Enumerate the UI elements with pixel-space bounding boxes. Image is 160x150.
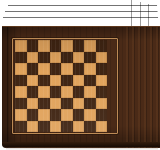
square-f3: [73, 98, 85, 110]
square-e8: [61, 40, 73, 52]
square-d5: [50, 75, 62, 87]
square-b2: [27, 109, 39, 121]
square-a5: [15, 75, 27, 87]
frame-seam: [7, 27, 8, 148]
square-h2: [96, 109, 108, 121]
board-shadow: [6, 147, 158, 150]
square-e2: [61, 109, 73, 121]
square-h1: [96, 121, 108, 133]
chess-board-product-photo: [0, 0, 160, 150]
square-f1: [73, 121, 85, 133]
chess-grid: [15, 40, 107, 132]
square-b7: [27, 52, 39, 64]
square-d6: [50, 63, 62, 75]
square-e4: [61, 86, 73, 98]
square-g8: [84, 40, 96, 52]
square-c5: [38, 75, 50, 87]
square-g1: [84, 121, 96, 133]
square-d8: [50, 40, 62, 52]
square-g3: [84, 98, 96, 110]
square-d2: [50, 109, 62, 121]
square-b4: [27, 86, 39, 98]
square-g2: [84, 109, 96, 121]
square-f6: [73, 63, 85, 75]
square-d7: [50, 52, 62, 64]
square-b3: [27, 98, 39, 110]
square-e1: [61, 121, 73, 133]
board-frame-grain: [126, 27, 160, 148]
square-b1: [27, 121, 39, 133]
square-h4: [96, 86, 108, 98]
square-h8: [96, 40, 108, 52]
square-f5: [73, 75, 85, 87]
square-f7: [73, 52, 85, 64]
square-h7: [96, 52, 108, 64]
square-h3: [96, 98, 108, 110]
square-c7: [38, 52, 50, 64]
square-d1: [50, 121, 62, 133]
square-c4: [38, 86, 50, 98]
square-c1: [38, 121, 50, 133]
square-b8: [27, 40, 39, 52]
square-c8: [38, 40, 50, 52]
square-b6: [27, 63, 39, 75]
square-g5: [84, 75, 96, 87]
square-a4: [15, 86, 27, 98]
board-corner-seam: [140, 2, 141, 27]
square-a2: [15, 109, 27, 121]
square-a7: [15, 52, 27, 64]
square-c2: [38, 109, 50, 121]
square-e5: [61, 75, 73, 87]
square-a1: [15, 121, 27, 133]
square-h6: [96, 63, 108, 75]
square-d3: [50, 98, 62, 110]
board-corner-seam: [131, 0, 132, 27]
square-d4: [50, 86, 62, 98]
square-a8: [15, 40, 27, 52]
square-g4: [84, 86, 96, 98]
square-e3: [61, 98, 73, 110]
square-g6: [84, 63, 96, 75]
square-e7: [61, 52, 73, 64]
square-g7: [84, 52, 96, 64]
square-a6: [15, 63, 27, 75]
square-h5: [96, 75, 108, 87]
board-corner-seam: [148, 4, 149, 27]
square-e6: [61, 63, 73, 75]
square-b5: [27, 75, 39, 87]
square-f8: [73, 40, 85, 52]
square-c6: [38, 63, 50, 75]
square-f2: [73, 109, 85, 121]
square-a3: [15, 98, 27, 110]
square-c3: [38, 98, 50, 110]
square-f4: [73, 86, 85, 98]
